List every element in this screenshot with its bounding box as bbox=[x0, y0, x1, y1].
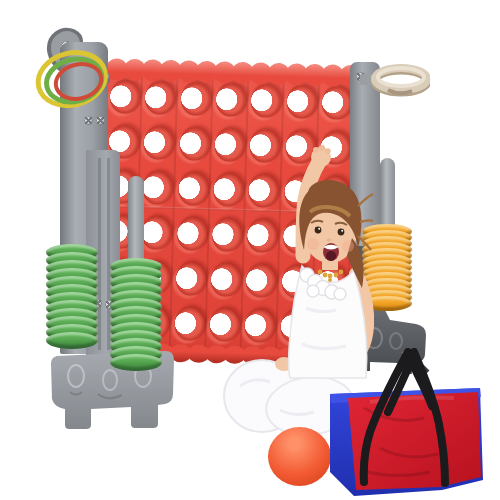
hole-empty bbox=[141, 216, 172, 250]
cell-r6c3 bbox=[171, 301, 208, 347]
green-ring-stack-front bbox=[46, 244, 98, 349]
screw-icon bbox=[84, 116, 93, 125]
hole-empty bbox=[175, 262, 206, 296]
scallop-bump bbox=[339, 65, 362, 88]
cell-r5c3 bbox=[172, 256, 209, 302]
product-photo-scene bbox=[0, 0, 500, 500]
hole-empty bbox=[215, 83, 246, 117]
basketball-hoop bbox=[358, 56, 430, 106]
cell-r1c6 bbox=[283, 79, 320, 125]
hole-empty bbox=[142, 171, 173, 205]
hole-empty bbox=[108, 125, 139, 159]
cell-r2c1 bbox=[105, 119, 142, 165]
hole-empty bbox=[251, 84, 282, 118]
ring-toss-hook bbox=[24, 26, 110, 92]
cell-r1c1 bbox=[106, 74, 143, 120]
carry-bag bbox=[320, 348, 492, 500]
hair-strands bbox=[358, 194, 373, 250]
cell-r1c7 bbox=[319, 80, 356, 126]
green-ring bbox=[110, 354, 162, 371]
cell-r2c3 bbox=[176, 121, 213, 167]
hole-empty bbox=[322, 86, 353, 120]
hole-empty bbox=[143, 126, 174, 160]
hole-empty bbox=[179, 127, 210, 161]
cell-r3c2 bbox=[139, 165, 176, 211]
cell-r1c3 bbox=[177, 76, 214, 122]
cell-r3c3 bbox=[175, 166, 212, 212]
cell-r4c3 bbox=[173, 211, 210, 257]
hole-empty bbox=[145, 81, 176, 115]
ring-pole-left-inner bbox=[128, 176, 144, 268]
hole-empty bbox=[176, 217, 207, 251]
cell-r2c2 bbox=[140, 120, 177, 166]
hole-empty bbox=[109, 80, 140, 114]
cell-r1c4 bbox=[213, 77, 250, 123]
hole-empty bbox=[177, 172, 208, 206]
green-ring bbox=[46, 332, 98, 349]
green-ring-stack-inner bbox=[110, 258, 162, 371]
hole-empty bbox=[180, 82, 211, 116]
cell-r1c2 bbox=[142, 75, 179, 121]
ring-pole-right bbox=[380, 158, 395, 232]
hole-empty bbox=[286, 85, 317, 119]
hole-empty bbox=[174, 307, 205, 341]
ring-pole-left-front bbox=[64, 172, 80, 252]
cell-r1c5 bbox=[248, 78, 285, 124]
